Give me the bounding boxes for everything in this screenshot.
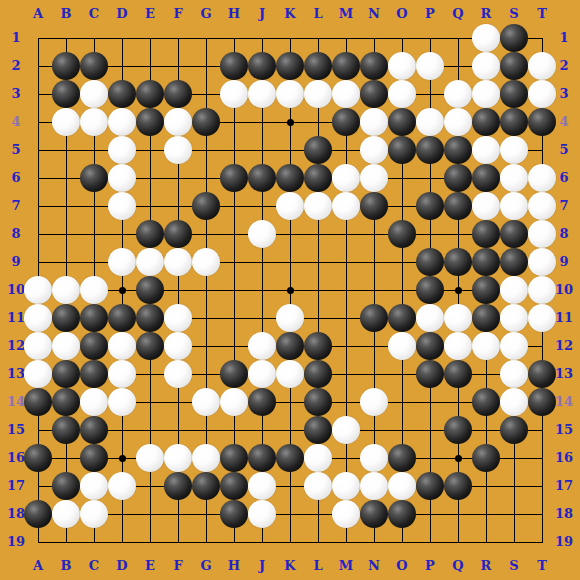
white-stone[interactable] <box>24 360 52 388</box>
star-point <box>455 455 462 462</box>
white-stone[interactable] <box>304 472 332 500</box>
black-stone[interactable] <box>276 164 304 192</box>
white-stone[interactable] <box>164 248 192 276</box>
black-stone[interactable] <box>80 416 108 444</box>
white-stone[interactable] <box>360 136 388 164</box>
black-stone[interactable] <box>500 24 528 52</box>
white-stone[interactable] <box>108 360 136 388</box>
white-stone[interactable] <box>528 192 556 220</box>
white-stone[interactable] <box>164 136 192 164</box>
white-stone[interactable] <box>500 136 528 164</box>
white-stone[interactable] <box>528 164 556 192</box>
row-label-left: 17 <box>0 478 32 494</box>
black-stone[interactable] <box>416 248 444 276</box>
black-stone[interactable] <box>500 416 528 444</box>
row-label-right: 18 <box>548 506 580 522</box>
black-stone[interactable] <box>472 388 500 416</box>
white-stone[interactable] <box>332 500 360 528</box>
white-stone[interactable] <box>444 108 472 136</box>
black-stone[interactable] <box>24 388 52 416</box>
row-label-left: 4 <box>0 114 32 130</box>
black-stone[interactable] <box>360 304 388 332</box>
black-stone[interactable] <box>80 332 108 360</box>
black-stone[interactable] <box>332 108 360 136</box>
white-stone[interactable] <box>332 164 360 192</box>
go-app-window: { "game": "go", "board": { "size": 19, "… <box>0 0 580 580</box>
white-stone[interactable] <box>108 388 136 416</box>
black-stone[interactable] <box>52 416 80 444</box>
black-stone[interactable] <box>304 332 332 360</box>
white-stone[interactable] <box>528 276 556 304</box>
white-stone[interactable] <box>108 136 136 164</box>
white-stone[interactable] <box>24 304 52 332</box>
white-stone[interactable] <box>304 192 332 220</box>
star-point <box>119 287 126 294</box>
white-stone[interactable] <box>500 192 528 220</box>
white-stone[interactable] <box>500 388 528 416</box>
white-stone[interactable] <box>164 304 192 332</box>
white-stone[interactable] <box>80 500 108 528</box>
black-stone[interactable] <box>388 304 416 332</box>
black-stone[interactable] <box>164 220 192 248</box>
row-label-left: 1 <box>0 30 32 46</box>
black-stone[interactable] <box>444 472 472 500</box>
black-stone[interactable] <box>528 360 556 388</box>
star-point <box>287 119 294 126</box>
white-stone[interactable] <box>500 332 528 360</box>
white-stone[interactable] <box>108 164 136 192</box>
white-stone[interactable] <box>164 444 192 472</box>
white-stone[interactable] <box>500 164 528 192</box>
white-stone[interactable] <box>220 80 248 108</box>
black-stone[interactable] <box>192 472 220 500</box>
white-stone[interactable] <box>136 444 164 472</box>
white-stone[interactable] <box>500 304 528 332</box>
black-stone[interactable] <box>444 192 472 220</box>
white-stone[interactable] <box>360 472 388 500</box>
black-stone[interactable] <box>248 52 276 80</box>
white-stone[interactable] <box>472 192 500 220</box>
white-stone[interactable] <box>164 360 192 388</box>
white-stone[interactable] <box>108 472 136 500</box>
black-stone[interactable] <box>332 52 360 80</box>
white-stone[interactable] <box>472 80 500 108</box>
white-stone[interactable] <box>80 472 108 500</box>
black-stone[interactable] <box>136 108 164 136</box>
black-stone[interactable] <box>136 304 164 332</box>
row-label-left: 2 <box>0 58 32 74</box>
white-stone[interactable] <box>80 388 108 416</box>
white-stone[interactable] <box>248 500 276 528</box>
white-stone[interactable] <box>164 332 192 360</box>
white-stone[interactable] <box>276 304 304 332</box>
white-stone[interactable] <box>276 80 304 108</box>
white-stone[interactable] <box>248 220 276 248</box>
black-stone[interactable] <box>220 444 248 472</box>
row-label-right: 5 <box>548 142 580 158</box>
grid-line-horizontal <box>38 514 543 515</box>
black-stone[interactable] <box>416 360 444 388</box>
row-label-left: 3 <box>0 86 32 102</box>
black-stone[interactable] <box>220 52 248 80</box>
white-stone[interactable] <box>24 276 52 304</box>
row-label-right: 17 <box>548 478 580 494</box>
white-stone[interactable] <box>360 388 388 416</box>
black-stone[interactable] <box>388 136 416 164</box>
column-label-top: T <box>526 6 558 22</box>
black-stone[interactable] <box>500 248 528 276</box>
black-stone[interactable] <box>388 500 416 528</box>
black-stone[interactable] <box>80 360 108 388</box>
white-stone[interactable] <box>24 332 52 360</box>
white-stone[interactable] <box>416 304 444 332</box>
black-stone[interactable] <box>220 164 248 192</box>
black-stone[interactable] <box>248 164 276 192</box>
black-stone[interactable] <box>52 388 80 416</box>
row-label-left: 8 <box>0 226 32 242</box>
black-stone[interactable] <box>500 52 528 80</box>
column-label-bottom: T <box>526 558 558 574</box>
row-label-right: 15 <box>548 422 580 438</box>
row-label-left: 15 <box>0 422 32 438</box>
black-stone[interactable] <box>108 304 136 332</box>
white-stone[interactable] <box>80 108 108 136</box>
black-stone[interactable] <box>388 444 416 472</box>
black-stone[interactable] <box>24 444 52 472</box>
black-stone[interactable] <box>388 220 416 248</box>
white-stone[interactable] <box>52 108 80 136</box>
black-stone[interactable] <box>192 108 220 136</box>
white-stone[interactable] <box>332 472 360 500</box>
white-stone[interactable] <box>360 164 388 192</box>
black-stone[interactable] <box>444 136 472 164</box>
black-stone[interactable] <box>360 80 388 108</box>
white-stone[interactable] <box>528 248 556 276</box>
black-stone[interactable] <box>276 444 304 472</box>
row-label-left: 7 <box>0 198 32 214</box>
white-stone[interactable] <box>108 192 136 220</box>
star-point <box>455 287 462 294</box>
row-label-left: 5 <box>0 142 32 158</box>
white-stone[interactable] <box>472 136 500 164</box>
black-stone[interactable] <box>472 220 500 248</box>
white-stone[interactable] <box>472 24 500 52</box>
black-stone[interactable] <box>136 80 164 108</box>
white-stone[interactable] <box>528 80 556 108</box>
white-stone[interactable] <box>108 248 136 276</box>
black-stone[interactable] <box>52 304 80 332</box>
white-stone[interactable] <box>248 360 276 388</box>
black-stone[interactable] <box>136 220 164 248</box>
white-stone[interactable] <box>108 108 136 136</box>
white-stone[interactable] <box>528 52 556 80</box>
white-stone[interactable] <box>360 108 388 136</box>
black-stone[interactable] <box>472 248 500 276</box>
black-stone[interactable] <box>444 164 472 192</box>
white-stone[interactable] <box>276 360 304 388</box>
white-stone[interactable] <box>136 248 164 276</box>
black-stone[interactable] <box>360 500 388 528</box>
white-stone[interactable] <box>388 332 416 360</box>
row-label-right: 19 <box>548 534 580 550</box>
black-stone[interactable] <box>360 192 388 220</box>
black-stone[interactable] <box>416 276 444 304</box>
black-stone[interactable] <box>276 52 304 80</box>
white-stone[interactable] <box>52 332 80 360</box>
white-stone[interactable] <box>52 276 80 304</box>
black-stone[interactable] <box>248 388 276 416</box>
black-stone[interactable] <box>416 192 444 220</box>
black-stone[interactable] <box>52 52 80 80</box>
black-stone[interactable] <box>472 304 500 332</box>
black-stone[interactable] <box>52 472 80 500</box>
black-stone[interactable] <box>416 332 444 360</box>
black-stone[interactable] <box>444 248 472 276</box>
white-stone[interactable] <box>388 80 416 108</box>
black-stone[interactable] <box>472 108 500 136</box>
white-stone[interactable] <box>80 80 108 108</box>
black-stone[interactable] <box>528 108 556 136</box>
white-stone[interactable] <box>528 220 556 248</box>
white-stone[interactable] <box>444 304 472 332</box>
black-stone[interactable] <box>304 164 332 192</box>
black-stone[interactable] <box>248 444 276 472</box>
white-stone[interactable] <box>248 80 276 108</box>
white-stone[interactable] <box>472 332 500 360</box>
black-stone[interactable] <box>472 276 500 304</box>
white-stone[interactable] <box>108 332 136 360</box>
white-stone[interactable] <box>304 80 332 108</box>
black-stone[interactable] <box>276 332 304 360</box>
white-stone[interactable] <box>332 192 360 220</box>
black-stone[interactable] <box>444 416 472 444</box>
white-stone[interactable] <box>444 332 472 360</box>
row-label-right: 12 <box>548 338 580 354</box>
star-point <box>287 287 294 294</box>
row-label-right: 16 <box>548 450 580 466</box>
white-stone[interactable] <box>500 360 528 388</box>
row-label-left: 9 <box>0 254 32 270</box>
black-stone[interactable] <box>360 52 388 80</box>
white-stone[interactable] <box>500 276 528 304</box>
white-stone[interactable] <box>528 304 556 332</box>
white-stone[interactable] <box>220 388 248 416</box>
white-stone[interactable] <box>248 472 276 500</box>
grid-line-horizontal <box>38 542 543 543</box>
black-stone[interactable] <box>472 164 500 192</box>
black-stone[interactable] <box>52 80 80 108</box>
white-stone[interactable] <box>360 444 388 472</box>
white-stone[interactable] <box>192 388 220 416</box>
black-stone[interactable] <box>472 444 500 472</box>
white-stone[interactable] <box>276 192 304 220</box>
white-stone[interactable] <box>52 500 80 528</box>
black-stone[interactable] <box>220 472 248 500</box>
black-stone[interactable] <box>220 360 248 388</box>
row-label-left: 6 <box>0 170 32 186</box>
black-stone[interactable] <box>192 192 220 220</box>
white-stone[interactable] <box>80 276 108 304</box>
row-label-left: 19 <box>0 534 32 550</box>
white-stone[interactable] <box>332 80 360 108</box>
black-stone[interactable] <box>136 332 164 360</box>
black-stone[interactable] <box>80 52 108 80</box>
white-stone[interactable] <box>192 248 220 276</box>
white-stone[interactable] <box>164 108 192 136</box>
black-stone[interactable] <box>80 444 108 472</box>
white-stone[interactable] <box>444 80 472 108</box>
black-stone[interactable] <box>444 360 472 388</box>
black-stone[interactable] <box>528 388 556 416</box>
black-stone[interactable] <box>304 136 332 164</box>
star-point <box>119 455 126 462</box>
black-stone[interactable] <box>220 500 248 528</box>
white-stone[interactable] <box>388 52 416 80</box>
black-stone[interactable] <box>164 472 192 500</box>
black-stone[interactable] <box>80 164 108 192</box>
black-stone[interactable] <box>500 220 528 248</box>
row-label-right: 1 <box>548 30 580 46</box>
black-stone[interactable] <box>80 304 108 332</box>
white-stone[interactable] <box>304 444 332 472</box>
black-stone[interactable] <box>500 80 528 108</box>
black-stone[interactable] <box>24 500 52 528</box>
white-stone[interactable] <box>248 332 276 360</box>
white-stone[interactable] <box>192 444 220 472</box>
white-stone[interactable] <box>472 52 500 80</box>
black-stone[interactable] <box>304 416 332 444</box>
black-stone[interactable] <box>416 136 444 164</box>
white-stone[interactable] <box>388 472 416 500</box>
white-stone[interactable] <box>332 416 360 444</box>
black-stone[interactable] <box>500 108 528 136</box>
black-stone[interactable] <box>136 276 164 304</box>
black-stone[interactable] <box>52 360 80 388</box>
white-stone[interactable] <box>416 52 444 80</box>
white-stone[interactable] <box>416 108 444 136</box>
black-stone[interactable] <box>108 80 136 108</box>
black-stone[interactable] <box>388 108 416 136</box>
black-stone[interactable] <box>416 472 444 500</box>
black-stone[interactable] <box>164 80 192 108</box>
black-stone[interactable] <box>304 360 332 388</box>
black-stone[interactable] <box>304 388 332 416</box>
black-stone[interactable] <box>304 52 332 80</box>
go-board[interactable]: AABBCCDDEEFFGGHHJJKKLLMMNNOOPPQQRRSSTT11… <box>0 0 580 580</box>
